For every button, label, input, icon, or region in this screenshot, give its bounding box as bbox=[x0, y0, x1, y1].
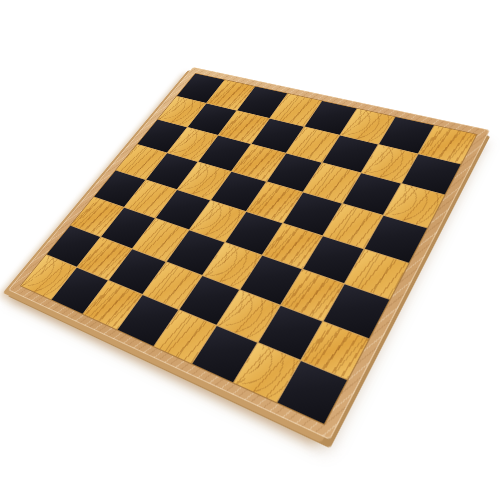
product-photo bbox=[0, 0, 500, 500]
board-grid bbox=[21, 74, 476, 424]
board-frame bbox=[8, 67, 490, 440]
chessboard bbox=[8, 67, 490, 440]
